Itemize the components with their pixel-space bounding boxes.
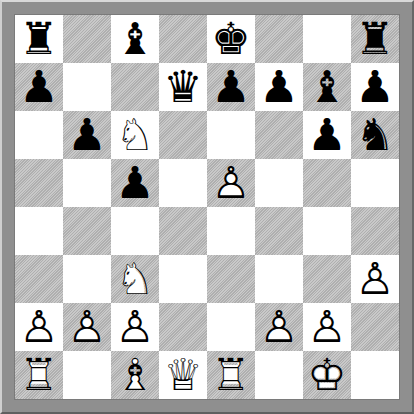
- square-c2[interactable]: ♟♙: [111, 303, 159, 351]
- square-b7[interactable]: [63, 63, 111, 111]
- square-b1[interactable]: [63, 351, 111, 399]
- square-e1[interactable]: ♜♖: [207, 351, 255, 399]
- piece-black-queen[interactable]: ♛: [159, 63, 207, 111]
- piece-black-pawn[interactable]: ♟: [207, 63, 255, 111]
- board-frame: ♜♝♚♜♟♛♟♟♝♟♟♞♘♟♞♟♟♙♞♘♟♙♟♙♟♙♟♙♟♙♟♙♜♖♝♗♛♕♜♖…: [0, 0, 414, 414]
- square-b5[interactable]: [63, 159, 111, 207]
- piece-black-pawn[interactable]: ♟: [303, 111, 351, 159]
- piece-white-pawn[interactable]: ♟♙: [255, 303, 303, 351]
- square-d4[interactable]: [159, 207, 207, 255]
- square-a1[interactable]: ♜♖: [15, 351, 63, 399]
- piece-black-rook[interactable]: ♜: [351, 15, 399, 63]
- square-b3[interactable]: [63, 255, 111, 303]
- white-pawn-outline-glyph: ♙: [255, 303, 303, 351]
- square-h7[interactable]: ♟: [351, 63, 399, 111]
- chess-board: ♜♝♚♜♟♛♟♟♝♟♟♞♘♟♞♟♟♙♞♘♟♙♟♙♟♙♟♙♟♙♟♙♜♖♝♗♛♕♜♖…: [15, 15, 399, 399]
- piece-black-pawn[interactable]: ♟: [15, 63, 63, 111]
- piece-white-pawn[interactable]: ♟♙: [351, 255, 399, 303]
- piece-black-pawn[interactable]: ♟: [351, 63, 399, 111]
- white-king-outline-glyph: ♔: [303, 351, 351, 399]
- square-g8[interactable]: [303, 15, 351, 63]
- square-d3[interactable]: [159, 255, 207, 303]
- square-c4[interactable]: [111, 207, 159, 255]
- black-king-glyph: ♚: [207, 15, 255, 63]
- black-pawn-glyph: ♟: [15, 63, 63, 111]
- square-a7[interactable]: ♟: [15, 63, 63, 111]
- black-bishop-glyph: ♝: [111, 15, 159, 63]
- square-f5[interactable]: [255, 159, 303, 207]
- square-e3[interactable]: [207, 255, 255, 303]
- square-a3[interactable]: [15, 255, 63, 303]
- square-d5[interactable]: [159, 159, 207, 207]
- square-h6[interactable]: ♞: [351, 111, 399, 159]
- square-g6[interactable]: ♟: [303, 111, 351, 159]
- square-f8[interactable]: [255, 15, 303, 63]
- black-pawn-glyph: ♟: [303, 111, 351, 159]
- black-rook-glyph: ♜: [15, 15, 63, 63]
- piece-white-pawn[interactable]: ♟♙: [15, 303, 63, 351]
- square-a2[interactable]: ♟♙: [15, 303, 63, 351]
- piece-white-pawn[interactable]: ♟♙: [207, 159, 255, 207]
- piece-white-pawn[interactable]: ♟♙: [63, 303, 111, 351]
- black-pawn-glyph: ♟: [63, 111, 111, 159]
- piece-white-pawn[interactable]: ♟♙: [303, 303, 351, 351]
- piece-black-rook[interactable]: ♜: [15, 15, 63, 63]
- square-d1[interactable]: ♛♕: [159, 351, 207, 399]
- piece-white-rook[interactable]: ♜♖: [15, 351, 63, 399]
- black-knight-glyph: ♞: [351, 111, 399, 159]
- square-f1[interactable]: [255, 351, 303, 399]
- square-c7[interactable]: [111, 63, 159, 111]
- square-h1[interactable]: [351, 351, 399, 399]
- piece-white-king[interactable]: ♚♔: [303, 351, 351, 399]
- white-pawn-outline-glyph: ♙: [207, 159, 255, 207]
- black-bishop-glyph: ♝: [303, 63, 351, 111]
- square-d7[interactable]: ♛: [159, 63, 207, 111]
- square-h4[interactable]: [351, 207, 399, 255]
- square-g3[interactable]: [303, 255, 351, 303]
- square-f4[interactable]: [255, 207, 303, 255]
- square-d8[interactable]: [159, 15, 207, 63]
- black-pawn-glyph: ♟: [207, 63, 255, 111]
- white-rook-outline-glyph: ♖: [15, 351, 63, 399]
- square-h8[interactable]: ♜: [351, 15, 399, 63]
- square-g7[interactable]: ♝: [303, 63, 351, 111]
- square-c1[interactable]: ♝♗: [111, 351, 159, 399]
- square-h3[interactable]: ♟♙: [351, 255, 399, 303]
- square-e5[interactable]: ♟♙: [207, 159, 255, 207]
- square-e7[interactable]: ♟: [207, 63, 255, 111]
- square-e4[interactable]: [207, 207, 255, 255]
- square-d6[interactable]: [159, 111, 207, 159]
- white-pawn-outline-glyph: ♙: [63, 303, 111, 351]
- square-a4[interactable]: [15, 207, 63, 255]
- piece-black-pawn[interactable]: ♟: [111, 159, 159, 207]
- white-rook-outline-glyph: ♖: [207, 351, 255, 399]
- piece-black-bishop[interactable]: ♝: [111, 15, 159, 63]
- piece-black-king[interactable]: ♚: [207, 15, 255, 63]
- square-c5[interactable]: ♟: [111, 159, 159, 207]
- black-rook-glyph: ♜: [351, 15, 399, 63]
- square-g2[interactable]: ♟♙: [303, 303, 351, 351]
- piece-black-pawn[interactable]: ♟: [63, 111, 111, 159]
- square-b6[interactable]: ♟: [63, 111, 111, 159]
- piece-white-queen[interactable]: ♛♕: [159, 351, 207, 399]
- square-h5[interactable]: [351, 159, 399, 207]
- square-b2[interactable]: ♟♙: [63, 303, 111, 351]
- square-b4[interactable]: [63, 207, 111, 255]
- black-pawn-glyph: ♟: [111, 159, 159, 207]
- square-g1[interactable]: ♚♔: [303, 351, 351, 399]
- square-a8[interactable]: ♜: [15, 15, 63, 63]
- white-bishop-outline-glyph: ♗: [111, 351, 159, 399]
- square-b8[interactable]: [63, 15, 111, 63]
- black-pawn-glyph: ♟: [351, 63, 399, 111]
- piece-white-knight[interactable]: ♞♘: [111, 255, 159, 303]
- white-knight-outline-glyph: ♘: [111, 255, 159, 303]
- piece-black-bishop[interactable]: ♝: [303, 63, 351, 111]
- piece-white-knight[interactable]: ♞♘: [111, 111, 159, 159]
- square-g4[interactable]: [303, 207, 351, 255]
- square-h2[interactable]: [351, 303, 399, 351]
- piece-white-rook[interactable]: ♜♖: [207, 351, 255, 399]
- square-a5[interactable]: [15, 159, 63, 207]
- white-knight-outline-glyph: ♘: [111, 111, 159, 159]
- white-pawn-outline-glyph: ♙: [303, 303, 351, 351]
- white-pawn-outline-glyph: ♙: [15, 303, 63, 351]
- white-pawn-outline-glyph: ♙: [351, 255, 399, 303]
- square-c6[interactable]: ♞♘: [111, 111, 159, 159]
- piece-black-pawn[interactable]: ♟: [255, 63, 303, 111]
- square-f7[interactable]: ♟: [255, 63, 303, 111]
- white-queen-outline-glyph: ♕: [159, 351, 207, 399]
- square-f6[interactable]: [255, 111, 303, 159]
- square-a6[interactable]: [15, 111, 63, 159]
- square-e6[interactable]: [207, 111, 255, 159]
- square-c8[interactable]: ♝: [111, 15, 159, 63]
- square-f2[interactable]: ♟♙: [255, 303, 303, 351]
- square-e8[interactable]: ♚: [207, 15, 255, 63]
- square-f3[interactable]: [255, 255, 303, 303]
- square-d2[interactable]: [159, 303, 207, 351]
- piece-black-knight[interactable]: ♞: [351, 111, 399, 159]
- square-g5[interactable]: [303, 159, 351, 207]
- black-queen-glyph: ♛: [159, 63, 207, 111]
- square-c3[interactable]: ♞♘: [111, 255, 159, 303]
- piece-white-pawn[interactable]: ♟♙: [111, 303, 159, 351]
- square-e2[interactable]: [207, 303, 255, 351]
- black-pawn-glyph: ♟: [255, 63, 303, 111]
- piece-white-bishop[interactable]: ♝♗: [111, 351, 159, 399]
- white-pawn-outline-glyph: ♙: [111, 303, 159, 351]
